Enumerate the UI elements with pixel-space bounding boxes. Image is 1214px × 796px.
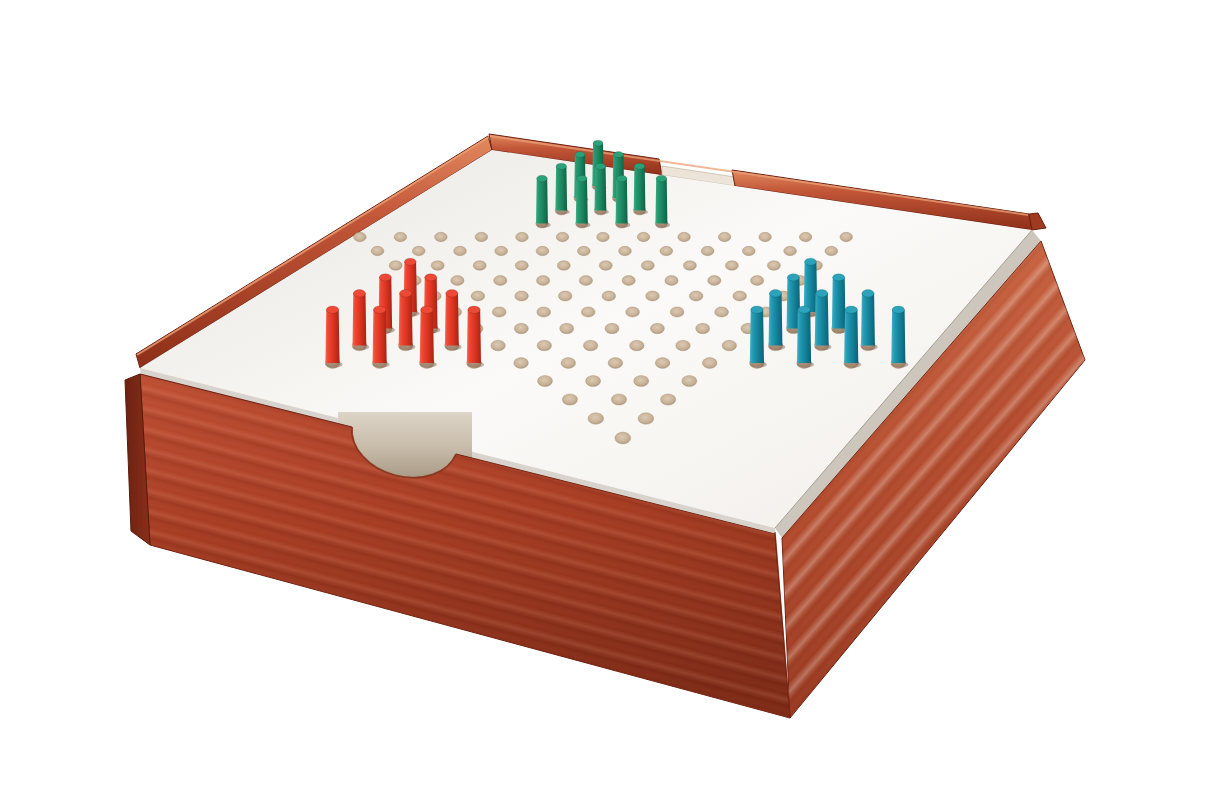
peg-top [575, 152, 585, 158]
hole-r7c6[interactable] [599, 261, 612, 271]
peg-top [656, 175, 667, 181]
hole-r6c7[interactable] [619, 246, 632, 255]
peg-body [373, 310, 387, 363]
hole-r7c1[interactable] [389, 261, 402, 271]
hole-r17c1[interactable] [615, 432, 631, 444]
peg-top [353, 290, 365, 297]
peg-top [892, 306, 904, 313]
peg-top [373, 306, 385, 313]
hole-r5c5[interactable] [516, 232, 529, 241]
peg-body [595, 166, 607, 210]
peg-top [421, 306, 433, 313]
hole-r5c3[interactable] [435, 232, 448, 241]
peg-body [832, 277, 846, 328]
hole-r6c2[interactable] [412, 246, 425, 255]
peg-top [816, 290, 828, 297]
hole-r8c3[interactable] [494, 276, 507, 286]
peg-top [862, 290, 874, 297]
peg-top [595, 163, 605, 169]
hole-r6c6[interactable] [577, 246, 590, 255]
peg-body [797, 310, 811, 363]
peg-body [634, 166, 646, 210]
hole-r6c9[interactable] [701, 246, 714, 255]
hole-r9c2[interactable] [471, 291, 485, 301]
peg-body [616, 179, 628, 224]
hole-r8c8[interactable] [708, 276, 721, 286]
peg-top [404, 258, 416, 265]
hole-r11c7[interactable] [650, 323, 664, 333]
hole-r7c9[interactable] [725, 261, 738, 271]
hole-r7c10[interactable] [767, 261, 780, 271]
peg-top [751, 306, 763, 313]
hole-r9c6[interactable] [646, 291, 660, 301]
hole-r11c5[interactable] [560, 323, 574, 333]
peg-top [593, 140, 603, 146]
peg-top [537, 175, 548, 181]
hole-r10c8[interactable] [715, 307, 729, 317]
hole-r6c3[interactable] [454, 246, 467, 255]
peg-top [787, 274, 799, 281]
peg-top [425, 274, 437, 281]
hole-r12c7[interactable] [630, 340, 644, 351]
hole-r11c6[interactable] [605, 323, 619, 333]
peg-top [798, 306, 810, 313]
hole-r10c7[interactable] [670, 307, 684, 317]
peg-body [420, 310, 434, 363]
hole-r14c3[interactable] [634, 376, 649, 387]
peg-top [468, 306, 480, 313]
peg-top [616, 175, 627, 181]
hole-r14c1[interactable] [538, 376, 553, 387]
peg-body [467, 310, 481, 363]
peg-body [353, 293, 367, 345]
hole-r9c7[interactable] [689, 291, 703, 301]
hole-r13c5[interactable] [514, 358, 529, 369]
peg-body [815, 293, 829, 345]
hole-r7c5[interactable] [557, 261, 570, 271]
peg-top [845, 306, 857, 313]
hole-r14c2[interactable] [586, 376, 601, 387]
hole-r8c5[interactable] [579, 276, 592, 286]
peg-top [556, 163, 566, 169]
peg-top [634, 163, 644, 169]
chinese-checkers-box-photo: Travel Chinese checkers: red-stained woo… [0, 0, 1214, 796]
hole-r5c1[interactable] [354, 232, 367, 241]
hole-r11c4[interactable] [514, 323, 528, 333]
hole-r9c5[interactable] [602, 291, 616, 301]
hole-r10c3[interactable] [492, 307, 506, 317]
hole-r11c8[interactable] [696, 323, 710, 333]
hole-r13c7[interactable] [608, 358, 623, 369]
peg-body [655, 179, 667, 224]
hole-r13c8[interactable] [655, 358, 670, 369]
hole-r5c11[interactable] [759, 232, 772, 241]
peg-top [805, 258, 817, 265]
hole-r10c4[interactable] [537, 307, 551, 317]
hole-r8c2[interactable] [451, 276, 464, 286]
hole-r12c4[interactable] [491, 340, 505, 351]
peg-body [844, 310, 858, 363]
hole-r5c12[interactable] [799, 232, 812, 241]
peg-top [577, 175, 588, 181]
hole-r9c8[interactable] [733, 291, 747, 301]
hole-r15c1[interactable] [562, 394, 577, 405]
hole-r16c2[interactable] [638, 413, 654, 425]
hole-r5c4[interactable] [475, 232, 488, 241]
hole-r6c12[interactable] [825, 246, 838, 255]
peg-body [536, 179, 548, 224]
hole-r13c9[interactable] [702, 358, 717, 369]
peg-body [769, 293, 783, 345]
hole-r5c8[interactable] [637, 232, 650, 241]
hole-r7c7[interactable] [641, 261, 654, 271]
peg-body [445, 293, 459, 345]
hole-r15c3[interactable] [661, 394, 676, 405]
hole-r5c7[interactable] [597, 232, 610, 241]
peg-body [804, 262, 817, 312]
hole-r6c8[interactable] [660, 246, 673, 255]
scene: Travel Chinese checkers: red-stained woo… [0, 0, 1214, 796]
peg-body [861, 293, 875, 345]
hole-r6c11[interactable] [784, 246, 797, 255]
hole-r6c10[interactable] [742, 246, 755, 255]
hole-r7c4[interactable] [515, 261, 528, 271]
hole-r5c6[interactable] [556, 232, 569, 241]
hole-r15c2[interactable] [611, 394, 626, 405]
hole-r6c4[interactable] [495, 246, 508, 255]
hole-r12c5[interactable] [537, 340, 551, 351]
hole-r14c4[interactable] [682, 376, 697, 387]
hole-r16c1[interactable] [588, 413, 604, 425]
hole-r5c10[interactable] [718, 232, 731, 241]
peg-top [379, 274, 391, 281]
hole-r13c6[interactable] [561, 358, 576, 369]
back-right-rim-corner [1029, 213, 1046, 230]
hole-r7c8[interactable] [683, 261, 696, 271]
peg-top [446, 290, 458, 297]
hole-r5c13[interactable] [840, 232, 853, 241]
peg-top [613, 152, 623, 158]
peg-top [400, 290, 412, 297]
hole-r12c9[interactable] [722, 340, 736, 351]
hole-r8c6[interactable] [622, 276, 635, 286]
hole-r10c5[interactable] [581, 307, 595, 317]
peg-body [891, 310, 905, 363]
hole-r12c8[interactable] [676, 340, 690, 351]
hole-r5c9[interactable] [678, 232, 691, 241]
hole-r12c6[interactable] [583, 340, 597, 351]
hole-r8c7[interactable] [665, 276, 678, 286]
hole-r10c6[interactable] [626, 307, 640, 317]
peg-top [326, 306, 338, 313]
hole-r5c2[interactable] [394, 232, 407, 241]
peg-body [555, 166, 567, 210]
hole-r6c1[interactable] [371, 246, 384, 255]
peg-body [576, 179, 588, 224]
hole-r6c5[interactable] [536, 246, 549, 255]
hole-r7c2[interactable] [431, 261, 444, 271]
hole-r8c4[interactable] [537, 276, 550, 286]
hole-r9c3[interactable] [515, 291, 529, 301]
peg-body [750, 310, 764, 363]
box [125, 134, 1085, 718]
hole-r8c9[interactable] [751, 276, 764, 286]
peg-top [769, 290, 781, 297]
hole-r9c4[interactable] [558, 291, 572, 301]
peg-top [833, 274, 845, 281]
hole-r7c3[interactable] [473, 261, 486, 271]
peg-body [325, 310, 339, 363]
peg-body [399, 293, 413, 345]
